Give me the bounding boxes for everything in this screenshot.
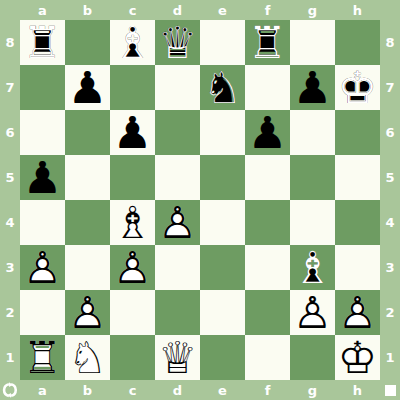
square-b1[interactable]: ♞♘ — [65, 335, 110, 380]
file-label-g: g — [290, 0, 335, 20]
file-labels-top: abcdefgh — [20, 0, 380, 20]
square-a5[interactable]: ♟ — [20, 155, 65, 200]
rank-label-5: 5 — [380, 155, 400, 200]
black-knight-glyph: ♞ — [203, 65, 242, 110]
square-e7[interactable]: ♞♘ — [200, 65, 245, 110]
file-label-b: b — [65, 0, 110, 20]
white-pawn-detail-glyph: ♙ — [338, 290, 377, 335]
square-c7[interactable] — [110, 65, 155, 110]
piece-white-queen[interactable]: ♛♕ — [155, 335, 200, 380]
square-f2[interactable] — [245, 290, 290, 335]
black-queen-detail-glyph: ♕ — [158, 20, 197, 65]
black-bishop-detail-glyph: ♗ — [293, 245, 332, 290]
white-bishop-glyph: ♝ — [113, 200, 152, 245]
white-pawn-detail-glyph: ♙ — [23, 245, 62, 290]
square-d7[interactable] — [155, 65, 200, 110]
square-d1[interactable]: ♛♕ — [155, 335, 200, 380]
square-c3[interactable]: ♟♙ — [110, 245, 155, 290]
black-bishop-glyph: ♝ — [113, 20, 152, 65]
square-c6[interactable]: ♟ — [110, 110, 155, 155]
refresh-icon — [2, 382, 18, 398]
black-rook-glyph: ♜ — [248, 20, 287, 65]
square-f5[interactable] — [245, 155, 290, 200]
square-a8[interactable]: ♜♖ — [20, 20, 65, 65]
square-h7[interactable]: ♚♔ — [335, 65, 380, 110]
black-king-glyph: ♚ — [338, 65, 377, 110]
piece-black-rook[interactable]: ♜♖ — [20, 20, 65, 65]
piece-black-pawn[interactable]: ♟ — [290, 65, 335, 110]
rank-label-1: 1 — [0, 335, 20, 380]
corner-top-right — [380, 0, 400, 20]
file-label-h: h — [335, 0, 380, 20]
white-pawn-detail-glyph: ♙ — [158, 200, 197, 245]
square-c8[interactable]: ♝♗ — [110, 20, 155, 65]
square-a6[interactable] — [20, 110, 65, 155]
square-h8[interactable] — [335, 20, 380, 65]
rank-label-3: 3 — [380, 245, 400, 290]
square-h6[interactable] — [335, 110, 380, 155]
square-e6[interactable] — [200, 110, 245, 155]
white-knight-glyph: ♞ — [68, 335, 107, 380]
file-label-b: b — [65, 380, 110, 400]
square-a2[interactable] — [20, 290, 65, 335]
piece-black-pawn[interactable]: ♟ — [245, 110, 290, 155]
square-c4[interactable]: ♝♗ — [110, 200, 155, 245]
square-g6[interactable] — [290, 110, 335, 155]
white-pawn-glyph: ♟ — [23, 245, 62, 290]
square-e8[interactable] — [200, 20, 245, 65]
square-e3[interactable] — [200, 245, 245, 290]
white-queen-glyph: ♛ — [158, 335, 197, 380]
white-knight-detail-glyph: ♘ — [68, 335, 107, 380]
white-bishop-detail-glyph: ♗ — [113, 200, 152, 245]
piece-black-bishop[interactable]: ♝♗ — [110, 20, 155, 65]
black-bishop-detail-glyph: ♗ — [113, 20, 152, 65]
rank-label-8: 8 — [0, 20, 20, 65]
square-d8[interactable]: ♛♕ — [155, 20, 200, 65]
file-label-f: f — [245, 380, 290, 400]
file-label-c: c — [110, 380, 155, 400]
rank-label-5: 5 — [0, 155, 20, 200]
black-rook-detail-glyph: ♖ — [23, 20, 62, 65]
file-label-e: e — [200, 380, 245, 400]
rank-label-4: 4 — [380, 200, 400, 245]
square-f7[interactable] — [245, 65, 290, 110]
file-labels-bottom: abcdefgh — [20, 380, 380, 400]
rank-label-3: 3 — [0, 245, 20, 290]
black-pawn-glyph: ♟ — [113, 110, 152, 155]
white-pawn-glyph: ♟ — [68, 290, 107, 335]
square-c5[interactable] — [110, 155, 155, 200]
square-b7[interactable]: ♟ — [65, 65, 110, 110]
square-f1[interactable] — [245, 335, 290, 380]
rank-labels-right: 87654321 — [380, 20, 400, 380]
square-b4[interactable] — [65, 200, 110, 245]
white-pawn-glyph: ♟ — [338, 290, 377, 335]
white-rook-detail-glyph: ♖ — [23, 335, 62, 380]
flip-board-button[interactable] — [0, 380, 20, 400]
file-label-h: h — [335, 380, 380, 400]
piece-white-pawn[interactable]: ♟♙ — [290, 290, 335, 335]
white-rook-glyph: ♜ — [23, 335, 62, 380]
square-b6[interactable] — [65, 110, 110, 155]
black-king-detail-glyph: ♔ — [338, 65, 377, 110]
square-g2[interactable]: ♟♙ — [290, 290, 335, 335]
square-b8[interactable] — [65, 20, 110, 65]
piece-black-rook[interactable]: ♜♖ — [245, 20, 290, 65]
square-a3[interactable]: ♟♙ — [20, 245, 65, 290]
rank-label-4: 4 — [0, 200, 20, 245]
piece-black-queen[interactable]: ♛♕ — [155, 20, 200, 65]
square-e2[interactable] — [200, 290, 245, 335]
square-a1[interactable]: ♜♖ — [20, 335, 65, 380]
rank-label-6: 6 — [380, 110, 400, 155]
white-king-glyph: ♚ — [338, 335, 377, 380]
white-pawn-detail-glyph: ♙ — [68, 290, 107, 335]
side-to-move-indicator — [380, 380, 400, 400]
square-h2[interactable]: ♟♙ — [335, 290, 380, 335]
piece-black-king[interactable]: ♚♔ — [335, 65, 380, 110]
square-g4[interactable] — [290, 200, 335, 245]
rank-label-2: 2 — [380, 290, 400, 335]
square-f8[interactable]: ♜♖ — [245, 20, 290, 65]
file-label-a: a — [20, 0, 65, 20]
piece-white-pawn[interactable]: ♟♙ — [65, 290, 110, 335]
file-label-g: g — [290, 380, 335, 400]
square-a4[interactable] — [20, 200, 65, 245]
square-g3[interactable]: ♝♗ — [290, 245, 335, 290]
white-pawn-glyph: ♟ — [293, 290, 332, 335]
file-label-e: e — [200, 0, 245, 20]
black-pawn-glyph: ♟ — [68, 65, 107, 110]
black-knight-detail-glyph: ♘ — [203, 65, 242, 110]
piece-white-pawn[interactable]: ♟♙ — [155, 200, 200, 245]
rank-label-8: 8 — [380, 20, 400, 65]
file-label-f: f — [245, 0, 290, 20]
black-bishop-glyph: ♝ — [293, 245, 332, 290]
piece-white-bishop[interactable]: ♝♗ — [110, 200, 155, 245]
square-f4[interactable] — [245, 200, 290, 245]
white-queen-detail-glyph: ♕ — [158, 335, 197, 380]
piece-black-bishop[interactable]: ♝♗ — [290, 245, 335, 290]
piece-white-king[interactable]: ♚♔ — [335, 335, 380, 380]
square-h3[interactable] — [335, 245, 380, 290]
rank-label-7: 7 — [380, 65, 400, 110]
square-d3[interactable] — [155, 245, 200, 290]
square-e1[interactable] — [200, 335, 245, 380]
square-f6[interactable]: ♟ — [245, 110, 290, 155]
white-square-icon — [385, 385, 396, 396]
square-g5[interactable] — [290, 155, 335, 200]
file-label-d: d — [155, 380, 200, 400]
square-h4[interactable] — [335, 200, 380, 245]
black-pawn-glyph: ♟ — [248, 110, 287, 155]
piece-white-knight[interactable]: ♞♘ — [65, 335, 110, 380]
rank-label-7: 7 — [0, 65, 20, 110]
piece-white-rook[interactable]: ♜♖ — [20, 335, 65, 380]
piece-white-pawn[interactable]: ♟♙ — [110, 245, 155, 290]
square-h5[interactable] — [335, 155, 380, 200]
file-label-d: d — [155, 0, 200, 20]
square-h1[interactable]: ♚♔ — [335, 335, 380, 380]
white-pawn-detail-glyph: ♙ — [113, 245, 152, 290]
piece-black-knight[interactable]: ♞♘ — [200, 65, 245, 110]
black-rook-detail-glyph: ♖ — [248, 20, 287, 65]
chess-board-frame: abcdefgh 87654321 ♜♖♝♗♛♕♜♖♟♞♘♟♚♔♟♟♟♝♗♟♙♟… — [0, 0, 400, 400]
square-c1[interactable] — [110, 335, 155, 380]
piece-white-pawn[interactable]: ♟♙ — [20, 245, 65, 290]
square-d4[interactable]: ♟♙ — [155, 200, 200, 245]
file-label-c: c — [110, 0, 155, 20]
square-c2[interactable] — [110, 290, 155, 335]
square-b3[interactable] — [65, 245, 110, 290]
square-f3[interactable] — [245, 245, 290, 290]
square-g7[interactable]: ♟ — [290, 65, 335, 110]
black-queen-glyph: ♛ — [158, 20, 197, 65]
square-e5[interactable] — [200, 155, 245, 200]
rank-label-2: 2 — [0, 290, 20, 335]
rank-labels-left: 87654321 — [0, 20, 20, 380]
white-pawn-glyph: ♟ — [158, 200, 197, 245]
square-b5[interactable] — [65, 155, 110, 200]
white-pawn-glyph: ♟ — [113, 245, 152, 290]
square-d6[interactable] — [155, 110, 200, 155]
black-pawn-glyph: ♟ — [23, 155, 62, 200]
piece-black-pawn[interactable]: ♟ — [20, 155, 65, 200]
white-king-detail-glyph: ♔ — [338, 335, 377, 380]
square-d2[interactable] — [155, 290, 200, 335]
piece-black-pawn[interactable]: ♟ — [65, 65, 110, 110]
rank-label-1: 1 — [380, 335, 400, 380]
file-label-a: a — [20, 380, 65, 400]
corner-top-left — [0, 0, 20, 20]
rank-label-6: 6 — [0, 110, 20, 155]
white-pawn-detail-glyph: ♙ — [293, 290, 332, 335]
square-g1[interactable] — [290, 335, 335, 380]
black-rook-glyph: ♜ — [23, 20, 62, 65]
piece-white-pawn[interactable]: ♟♙ — [335, 290, 380, 335]
square-d5[interactable] — [155, 155, 200, 200]
piece-black-pawn[interactable]: ♟ — [110, 110, 155, 155]
black-pawn-glyph: ♟ — [293, 65, 332, 110]
square-e4[interactable] — [200, 200, 245, 245]
square-g8[interactable] — [290, 20, 335, 65]
square-a7[interactable] — [20, 65, 65, 110]
square-b2[interactable]: ♟♙ — [65, 290, 110, 335]
chess-board: ♜♖♝♗♛♕♜♖♟♞♘♟♚♔♟♟♟♝♗♟♙♟♙♟♙♝♗♟♙♟♙♟♙♜♖♞♘♛♕♚… — [20, 20, 380, 380]
